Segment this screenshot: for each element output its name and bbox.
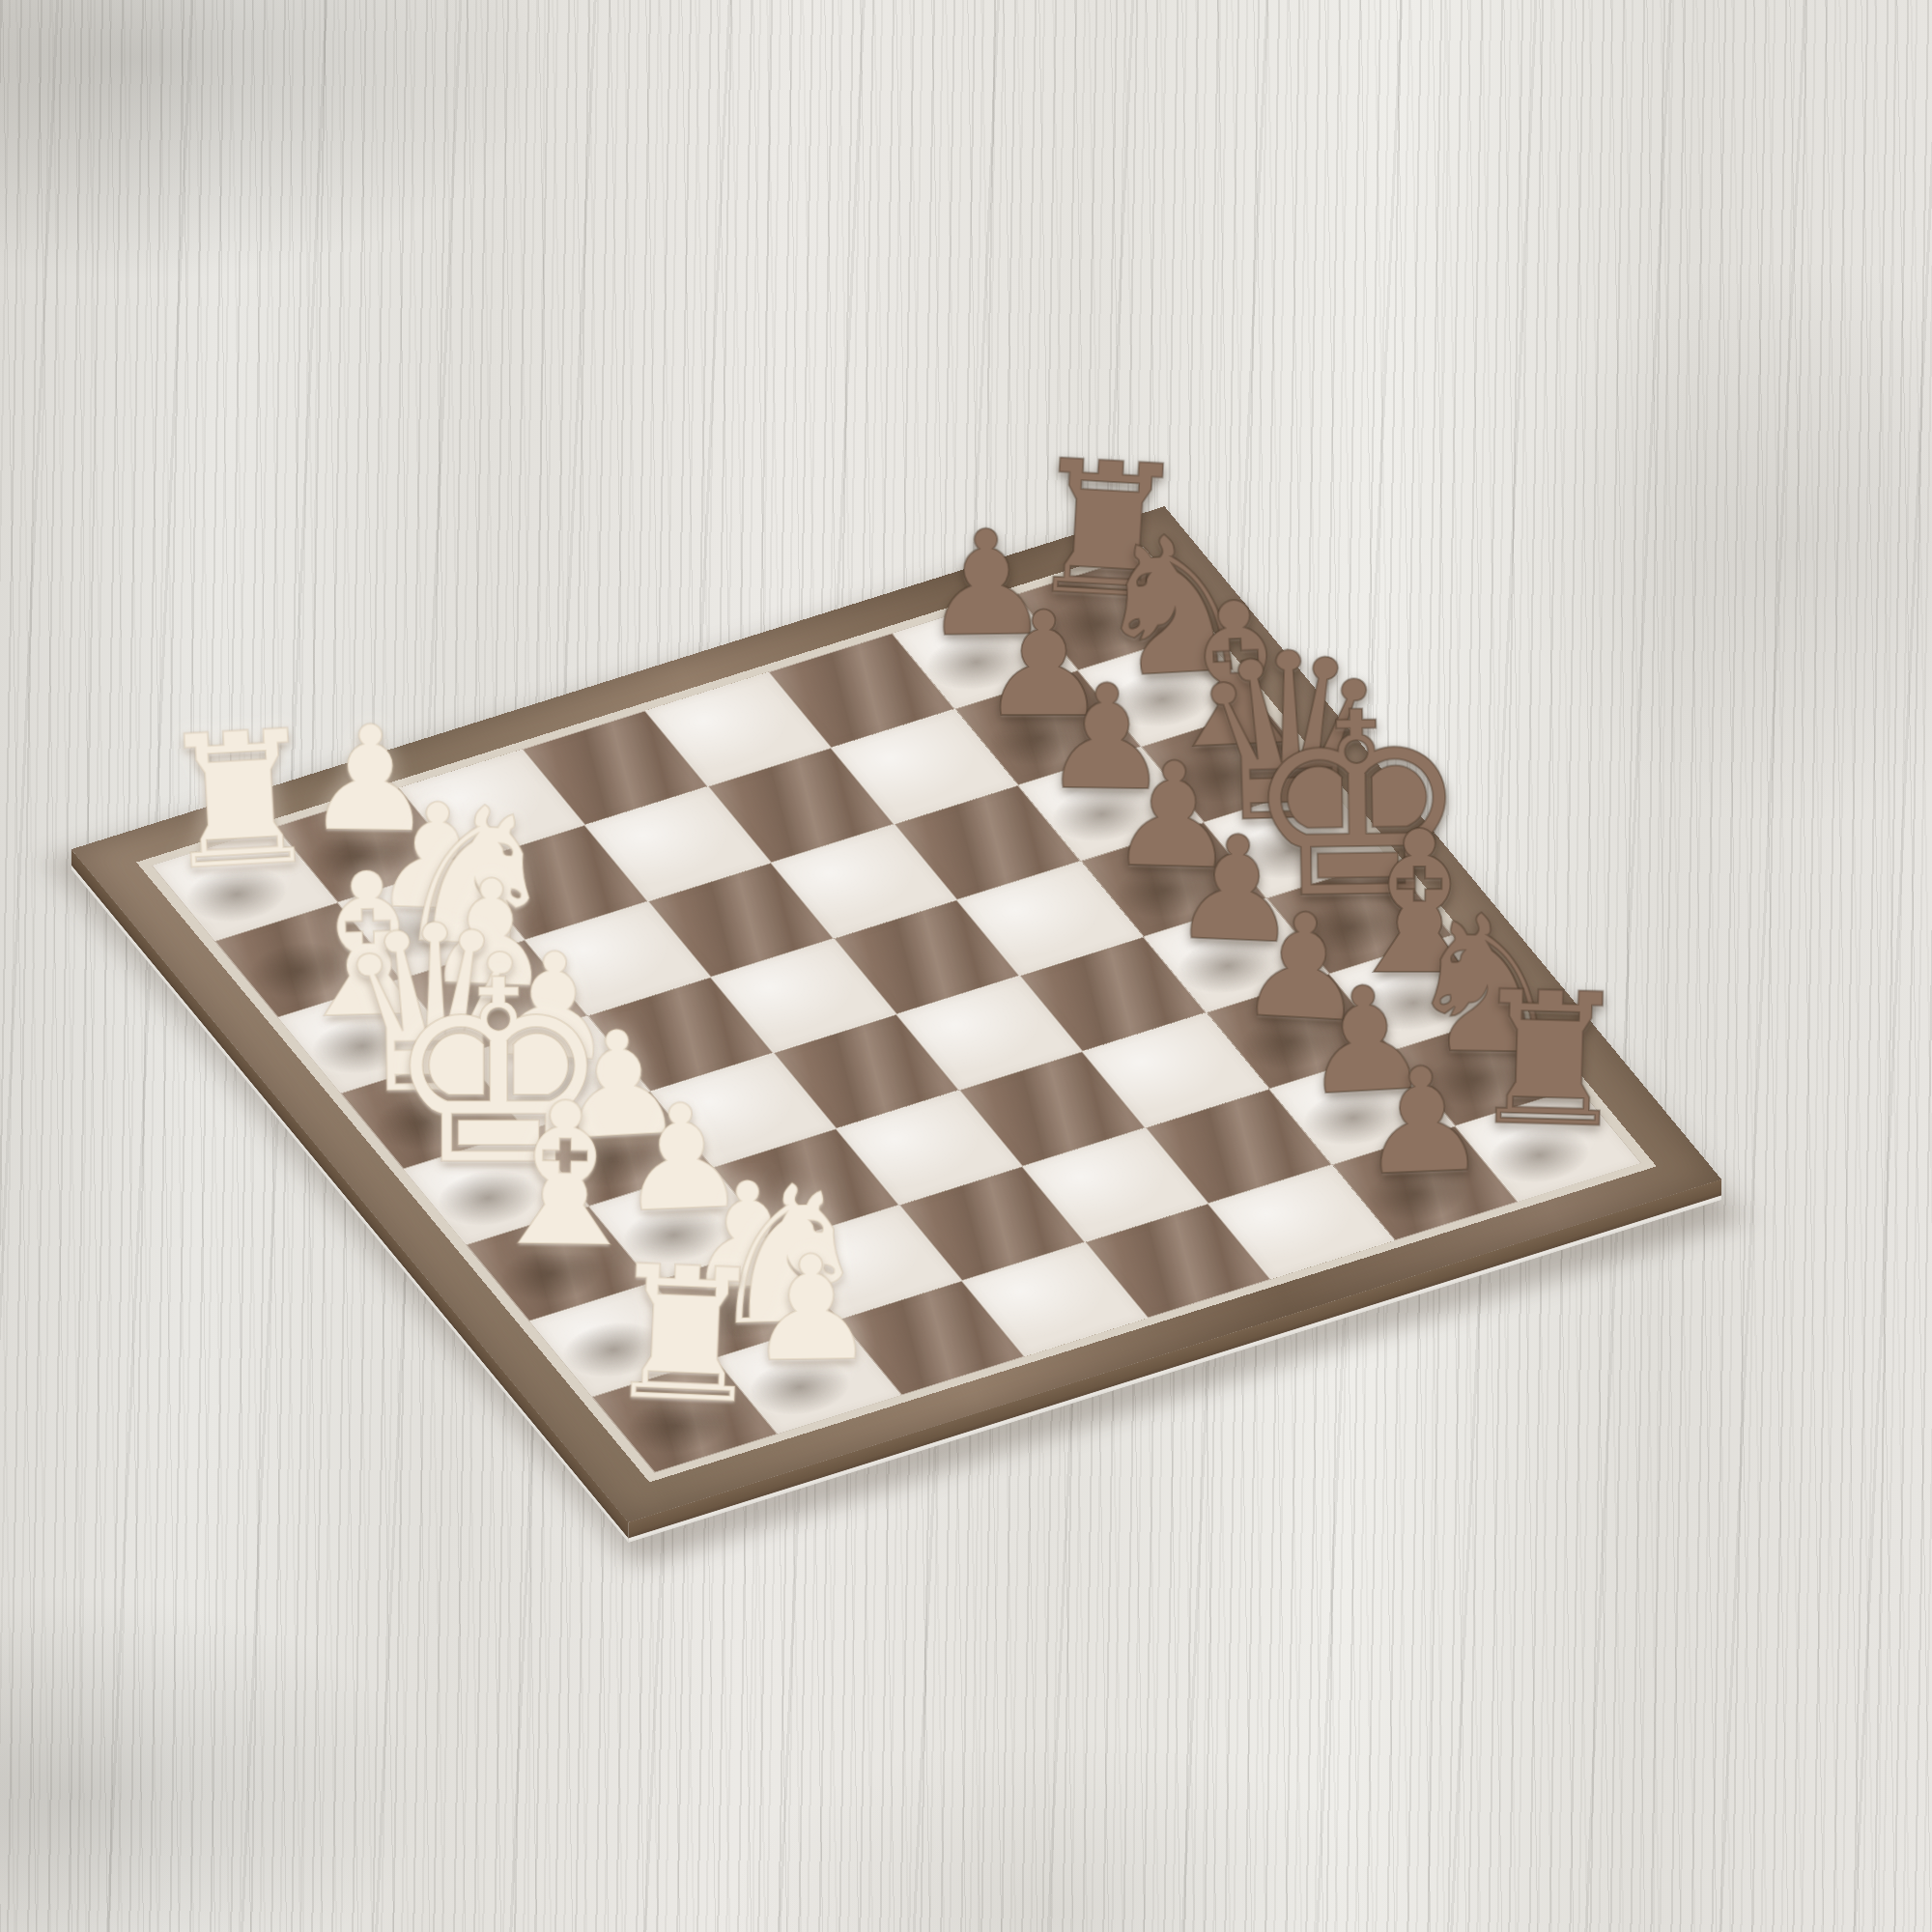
square-d5[interactable] bbox=[834, 899, 1020, 1014]
square-b8[interactable]: ♞ bbox=[1078, 632, 1264, 747]
piece-brown-rook-a8[interactable]: ♜ bbox=[1020, 435, 1195, 627]
square-c7[interactable]: ♟ bbox=[1017, 747, 1204, 862]
piece-brown-bishop-c8[interactable]: ♝ bbox=[1145, 574, 1329, 778]
chess-board: ♜♟♟♜♞♟♟♞♝♟♟♝♛♟♟♛♚♟♟♚♝♟♟♝♞♟♟♞♜♟♟♜ bbox=[71, 506, 1721, 1522]
piece-ivory-rook-h1[interactable]: ♜ bbox=[599, 1241, 771, 1432]
square-a8[interactable]: ♜ bbox=[1015, 556, 1202, 671]
square-b7[interactable]: ♟ bbox=[954, 670, 1141, 785]
piece-brown-knight-b8[interactable]: ♞ bbox=[1085, 507, 1264, 706]
square-a4[interactable] bbox=[522, 711, 708, 826]
photo-stage: ♜♟♟♜♞♟♟♞♝♟♟♝♛♟♟♛♚♟♟♚♝♟♟♝♞♟♟♞♜♟♟♜ bbox=[0, 0, 1932, 1932]
square-c8[interactable]: ♝ bbox=[1141, 708, 1327, 823]
piece-brown-queen-d8[interactable]: ♛ bbox=[1184, 620, 1397, 856]
square-d8[interactable]: ♛ bbox=[1204, 783, 1390, 898]
square-a7[interactable]: ♟ bbox=[892, 595, 1078, 710]
piece-brown-pawn-c7[interactable]: ♟ bbox=[1040, 665, 1173, 811]
board-scene: ♜♟♟♜♞♟♟♞♝♟♟♝♛♟♟♛♚♟♟♚♝♟♟♝♞♟♟♞♜♟♟♜ bbox=[0, 0, 1932, 1932]
square-b4[interactable] bbox=[584, 786, 771, 901]
square-c6[interactable] bbox=[895, 785, 1081, 900]
square-b6[interactable] bbox=[832, 709, 1018, 824]
board-field: ♜♟♟♜♞♟♟♞♝♟♟♝♛♟♟♛♚♟♟♚♝♟♟♝♞♟♟♞♜♟♟♜ bbox=[136, 547, 1657, 1483]
square-c4[interactable] bbox=[647, 863, 834, 978]
piece-brown-pawn-h7[interactable]: ♟ bbox=[1355, 1046, 1492, 1197]
piece-brown-pawn-b7[interactable]: ♟ bbox=[979, 592, 1108, 737]
piece-brown-pawn-a7[interactable]: ♟ bbox=[921, 510, 1053, 657]
square-a5[interactable] bbox=[645, 672, 832, 787]
square-h1[interactable]: ♜ bbox=[592, 1358, 779, 1473]
square-b5[interactable] bbox=[708, 748, 895, 863]
square-d6[interactable] bbox=[957, 861, 1144, 976]
square-c5[interactable] bbox=[771, 824, 957, 939]
square-d7[interactable]: ♟ bbox=[1080, 822, 1266, 937]
square-a6[interactable] bbox=[769, 634, 955, 749]
piece-brown-rook-h8[interactable]: ♜ bbox=[1464, 967, 1634, 1155]
piece-brown-pawn-d7[interactable]: ♟ bbox=[1106, 741, 1240, 890]
